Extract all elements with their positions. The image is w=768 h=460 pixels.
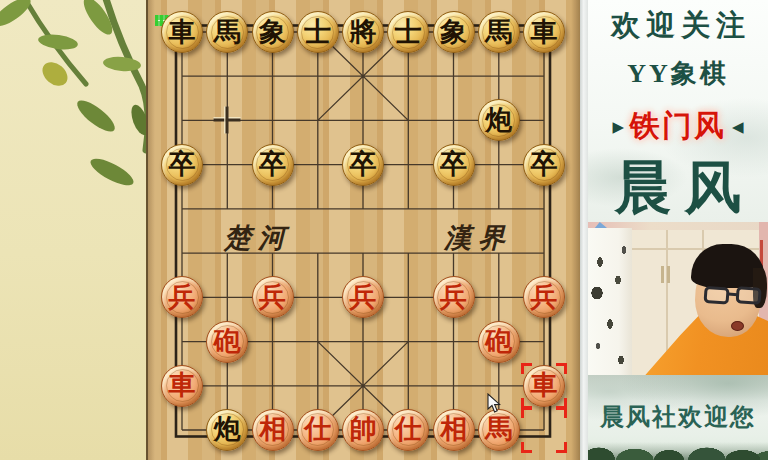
piece-black-卒[interactable]: 卒 (433, 144, 475, 186)
piece-black-馬[interactable]: 馬 (478, 11, 520, 53)
piece-red-兵[interactable]: 兵 (161, 276, 203, 318)
piece-black-馬[interactable]: 馬 (206, 11, 248, 53)
last-move-origin-cross (214, 107, 241, 134)
piece-red-兵[interactable]: 兵 (342, 276, 384, 318)
piece-black-卒[interactable]: 卒 (252, 144, 294, 186)
piece-black-卒[interactable]: 卒 (523, 144, 565, 186)
piece-black-炮[interactable]: 炮 (206, 409, 248, 451)
piece-black-象[interactable]: 象 (433, 11, 475, 53)
arrow-right-icon: ▶ (612, 119, 624, 134)
board-grid (148, 0, 582, 460)
piece-red-兵[interactable]: 兵 (252, 276, 294, 318)
piece-black-士[interactable]: 士 (297, 11, 339, 53)
webcam-feed (588, 222, 768, 375)
piece-red-相[interactable]: 相 (433, 409, 475, 451)
arrow-left-icon: ◀ (732, 119, 744, 134)
piece-black-炮[interactable]: 炮 (478, 99, 520, 141)
sidebar-header: 欢迎关注 YY象棋 ▶ 铁门风 ◀ 晨风 (588, 0, 768, 222)
xiangqi-board[interactable]: 楚河 漢界 車馬象士將士象馬車炮卒卒卒卒卒兵兵兵兵兵砲砲車車炮相仕帥仕相馬 (146, 0, 580, 460)
river-label-han: 漢界 (444, 220, 512, 256)
piece-red-兵[interactable]: 兵 (433, 276, 475, 318)
piece-red-仕[interactable]: 仕 (297, 409, 339, 451)
piece-red-砲[interactable]: 砲 (206, 321, 248, 363)
willow-leaves-icon (0, 0, 146, 250)
piece-red-相[interactable]: 相 (252, 409, 294, 451)
piece-black-車[interactable]: 車 (523, 11, 565, 53)
stream-frame: 楚河 漢界 車馬象士將士象馬車炮卒卒卒卒卒兵兵兵兵兵砲砲車車炮相仕帥仕相馬 欢迎… (0, 0, 768, 460)
streamer-hair (691, 244, 765, 288)
wardrobe-handle (661, 266, 664, 283)
piece-red-砲[interactable]: 砲 (478, 321, 520, 363)
piece-red-車[interactable]: 車 (161, 365, 203, 407)
piece-black-卒[interactable]: 卒 (161, 144, 203, 186)
piece-black-車[interactable]: 車 (161, 11, 203, 53)
glasses-icon (701, 284, 766, 310)
foliage-icon (588, 442, 768, 460)
piece-red-馬[interactable]: 馬 (478, 409, 520, 451)
highlight-title: 铁门风 (630, 106, 726, 147)
welcome-banner: 晨风社欢迎您 (588, 375, 768, 460)
piece-black-士[interactable]: 士 (387, 11, 429, 53)
river-label-chu: 楚河 (224, 220, 292, 256)
piece-black-象[interactable]: 象 (252, 11, 294, 53)
piece-black-將[interactable]: 將 (342, 11, 384, 53)
stream-sidebar: 欢迎关注 YY象棋 ▶ 铁门风 ◀ 晨风 (588, 0, 768, 460)
streamer-mouth (731, 321, 744, 331)
welcome-text: 欢迎关注 (588, 6, 768, 46)
banner-text: 晨风社欢迎您 (588, 401, 768, 433)
piece-black-卒[interactable]: 卒 (342, 144, 384, 186)
highlight-row: ▶ 铁门风 ◀ (588, 106, 768, 147)
piece-red-仕[interactable]: 仕 (387, 409, 429, 451)
streamer-name: 晨风 (588, 150, 768, 222)
mouse-cursor[interactable] (487, 393, 503, 413)
last-move-bracket (521, 407, 567, 453)
last-move-bracket (521, 363, 567, 409)
piece-red-帥[interactable]: 帥 (342, 409, 384, 451)
channel-text: YY象棋 (588, 56, 768, 91)
left-wall-decoration (0, 0, 146, 460)
piece-red-兵[interactable]: 兵 (523, 276, 565, 318)
webcam-curtain (588, 228, 632, 375)
